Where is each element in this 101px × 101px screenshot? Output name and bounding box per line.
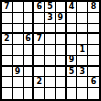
sudoku-cell-r5c3[interactable] (24, 45, 35, 56)
sudoku-cell-r1c8[interactable] (77, 2, 88, 13)
given-digit: 9 (15, 68, 21, 76)
sudoku-cell-r1c4[interactable]: 6 (34, 2, 45, 13)
sudoku-cell-r3c3[interactable] (24, 24, 35, 35)
sudoku-cell-r5c2[interactable] (13, 45, 24, 56)
sudoku-cell-r5c1[interactable] (2, 45, 13, 56)
sudoku-cell-r5c4[interactable] (34, 45, 45, 56)
sudoku-cell-r6c7[interactable]: 9 (67, 56, 78, 67)
sudoku-cell-r9c9[interactable] (88, 88, 99, 99)
sudoku-cell-r9c2[interactable] (13, 88, 24, 99)
given-digit: 1 (80, 46, 86, 54)
sudoku-cell-r3c7[interactable] (67, 24, 78, 35)
sudoku-cell-r3c4[interactable] (34, 24, 45, 35)
sudoku-cell-r4c8[interactable] (77, 34, 88, 45)
given-digit: 6 (36, 3, 42, 11)
given-digit: 2 (36, 78, 42, 86)
sudoku-cell-r9c5[interactable] (45, 88, 56, 99)
sudoku-cell-r6c9[interactable] (88, 56, 99, 67)
sudoku-cell-r6c3[interactable] (24, 56, 35, 67)
given-digit: 3 (47, 14, 53, 22)
given-digit: 9 (69, 56, 75, 64)
sudoku-cell-r4c7[interactable] (67, 34, 78, 45)
given-digit: 5 (69, 68, 75, 76)
sudoku-cell-r4c6[interactable] (56, 34, 67, 45)
sudoku-cell-r5c6[interactable] (56, 45, 67, 56)
given-digit: 6 (91, 78, 97, 86)
sudoku-cell-r8c1[interactable] (2, 77, 13, 88)
given-digit: 8 (91, 3, 97, 11)
sudoku-cell-r4c9[interactable] (88, 34, 99, 45)
sudoku-cell-r7c9[interactable] (88, 67, 99, 78)
sudoku-cell-r1c9[interactable]: 8 (88, 2, 99, 13)
sudoku-cell-r1c1[interactable]: 7 (2, 2, 13, 13)
sudoku-cell-r1c3[interactable] (24, 2, 35, 13)
sudoku-cell-r9c7[interactable] (67, 88, 78, 99)
sudoku-cell-r4c1[interactable]: 2 (2, 34, 13, 45)
sudoku-cell-r7c7[interactable]: 5 (67, 67, 78, 78)
sudoku-cell-r3c5[interactable] (45, 24, 56, 35)
given-digit: 7 (36, 35, 42, 43)
sudoku-cell-r8c9[interactable]: 6 (88, 77, 99, 88)
sudoku-cell-r7c8[interactable]: 3 (77, 67, 88, 78)
sudoku-cell-r7c3[interactable] (24, 67, 35, 78)
sudoku-cell-r9c1[interactable] (2, 88, 13, 99)
sudoku-cell-r8c2[interactable] (13, 77, 24, 88)
sudoku-cell-r4c3[interactable]: 6 (24, 34, 35, 45)
sudoku-cell-r2c1[interactable] (2, 13, 13, 24)
sudoku-cell-r2c3[interactable] (24, 13, 35, 24)
sudoku-cell-r6c1[interactable] (2, 56, 13, 67)
sudoku-cell-r2c2[interactable] (13, 13, 24, 24)
sudoku-cell-r4c2[interactable] (13, 34, 24, 45)
sudoku-cell-r6c6[interactable] (56, 56, 67, 67)
given-digit: 2 (4, 35, 10, 43)
sudoku-cell-r4c4[interactable]: 7 (34, 34, 45, 45)
sudoku-cell-r1c5[interactable]: 5 (45, 2, 56, 13)
sudoku-cell-r1c7[interactable]: 4 (67, 2, 78, 13)
sudoku-cell-r3c6[interactable] (56, 24, 67, 35)
sudoku-board: 76548392671995326 (0, 0, 101, 101)
given-digit: 5 (47, 3, 53, 11)
sudoku-cell-r5c9[interactable] (88, 45, 99, 56)
sudoku-cell-r7c4[interactable] (34, 67, 45, 78)
sudoku-cell-r8c4[interactable]: 2 (34, 77, 45, 88)
given-digit: 7 (4, 3, 10, 11)
sudoku-cell-r2c4[interactable] (34, 13, 45, 24)
sudoku-cell-r4c5[interactable] (45, 34, 56, 45)
sudoku-cell-r6c2[interactable] (13, 56, 24, 67)
sudoku-cell-r2c5[interactable]: 3 (45, 13, 56, 24)
given-digit: 4 (69, 3, 75, 11)
sudoku-cell-r3c1[interactable] (2, 24, 13, 35)
sudoku-cell-r8c7[interactable] (67, 77, 78, 88)
given-digit: 6 (25, 35, 31, 43)
sudoku-cell-r2c6[interactable]: 9 (56, 13, 67, 24)
sudoku-cell-r9c8[interactable] (77, 88, 88, 99)
sudoku-cell-r7c6[interactable] (56, 67, 67, 78)
sudoku-cell-r5c8[interactable]: 1 (77, 45, 88, 56)
sudoku-cell-r6c8[interactable] (77, 56, 88, 67)
sudoku-cell-r3c9[interactable] (88, 24, 99, 35)
sudoku-cell-r5c7[interactable] (67, 45, 78, 56)
sudoku-cell-r9c3[interactable] (24, 88, 35, 99)
sudoku-cell-r3c8[interactable] (77, 24, 88, 35)
sudoku-cell-r1c6[interactable] (56, 2, 67, 13)
given-digit: 3 (80, 68, 86, 76)
sudoku-cell-r7c2[interactable]: 9 (13, 67, 24, 78)
sudoku-cell-r3c2[interactable] (13, 24, 24, 35)
sudoku-cell-r1c2[interactable] (13, 2, 24, 13)
sudoku-cell-r9c4[interactable] (34, 88, 45, 99)
sudoku-cell-r8c8[interactable] (77, 77, 88, 88)
sudoku-cell-r7c5[interactable] (45, 67, 56, 78)
sudoku-cell-r8c5[interactable] (45, 77, 56, 88)
sudoku-cell-r2c7[interactable] (67, 13, 78, 24)
sudoku-cell-r2c9[interactable] (88, 13, 99, 24)
sudoku-cell-r5c5[interactable] (45, 45, 56, 56)
sudoku-cell-r9c6[interactable] (56, 88, 67, 99)
sudoku-cell-r8c3[interactable] (24, 77, 35, 88)
sudoku-cell-r6c5[interactable] (45, 56, 56, 67)
given-digit: 9 (57, 14, 63, 22)
sudoku-cell-r6c4[interactable] (34, 56, 45, 67)
sudoku-cell-r8c6[interactable] (56, 77, 67, 88)
sudoku-cell-r7c1[interactable] (2, 67, 13, 78)
sudoku-cell-r2c8[interactable] (77, 13, 88, 24)
